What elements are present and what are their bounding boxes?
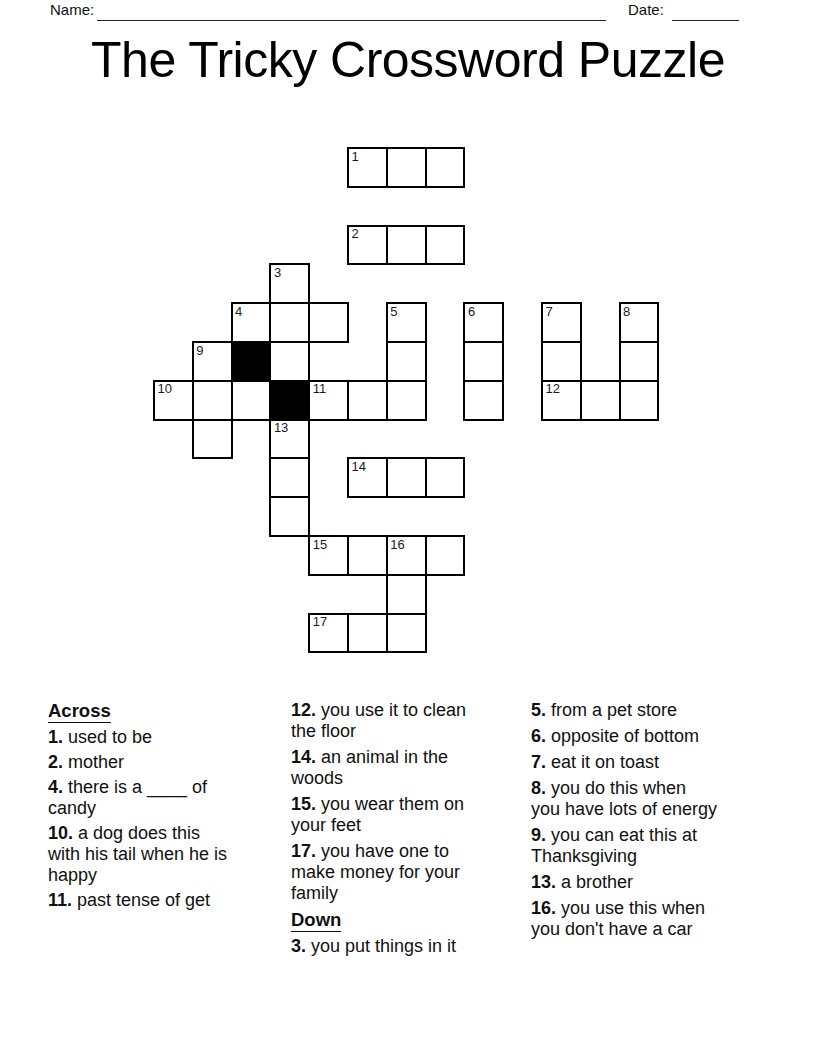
clues-header-down: Down xyxy=(291,909,521,930)
clue-11-across: 11. past tense of get xyxy=(48,890,283,911)
grid-cell-r12c5[interactable] xyxy=(347,613,388,654)
clue-number: 8. xyxy=(531,778,546,798)
clues-column-3: 5. from a pet store6. opposite of bottom… xyxy=(531,700,776,945)
grid-cell-r9c3[interactable] xyxy=(269,496,310,537)
clue-8-down: 8. you do this whenyou have lots of ener… xyxy=(531,778,776,820)
grid-cell-r5c8[interactable] xyxy=(463,341,504,382)
grid-cell-r6c11[interactable] xyxy=(580,380,621,421)
clue-7-down: 7. eat it on toast xyxy=(531,752,776,773)
grid-cell-r2c7[interactable] xyxy=(425,225,466,266)
clue-3-down: 3. you put things in it xyxy=(291,936,521,957)
grid-cell-r6c6[interactable] xyxy=(386,380,427,421)
grid-cell-r6c10[interactable]: 12 xyxy=(541,380,582,421)
grid-cell-r3c3[interactable]: 3 xyxy=(269,263,310,304)
clue-4-across: 4. there is a ____ ofcandy xyxy=(48,777,283,819)
grid-cell-r2c5[interactable]: 2 xyxy=(347,225,388,266)
clue-6-down: 6. opposite of bottom xyxy=(531,726,776,747)
clues-header-across: Across xyxy=(48,700,283,721)
grid-cell-r4c12[interactable]: 8 xyxy=(619,302,660,343)
clue-10-across: 10. a dog does thiswith his tail when he… xyxy=(48,823,283,886)
cell-number-8: 8 xyxy=(623,305,630,318)
clue-number: 2. xyxy=(48,752,63,772)
grid-cell-r6c12[interactable] xyxy=(619,380,660,421)
date-label: Date: xyxy=(628,1,664,19)
grid-cell-r10c6[interactable]: 16 xyxy=(386,535,427,576)
grid-cell-r8c6[interactable] xyxy=(386,457,427,498)
grid-cell-r8c3[interactable] xyxy=(269,457,310,498)
cell-number-5: 5 xyxy=(390,305,397,318)
grid-cell-r10c7[interactable] xyxy=(425,535,466,576)
clue-number: 7. xyxy=(531,752,546,772)
grid-cell-r6c8[interactable] xyxy=(463,380,504,421)
cell-number-16: 16 xyxy=(390,538,404,551)
cell-number-7: 7 xyxy=(546,305,553,318)
grid-cell-r2c6[interactable] xyxy=(386,225,427,266)
grid-cell-r6c5[interactable] xyxy=(347,380,388,421)
clue-5-down: 5. from a pet store xyxy=(531,700,776,721)
cell-number-17: 17 xyxy=(313,615,327,628)
cell-number-12: 12 xyxy=(546,382,560,395)
clue-1-across: 1. used to be xyxy=(48,727,283,748)
clues-column-2: 12. you use it to cleanthe floor14. an a… xyxy=(291,700,521,962)
grid-cell-r5c12[interactable] xyxy=(619,341,660,382)
grid-cell-r5c10[interactable] xyxy=(541,341,582,382)
cell-number-13: 13 xyxy=(274,421,288,434)
grid-cell-r10c5[interactable] xyxy=(347,535,388,576)
grid-cell-r12c4[interactable]: 17 xyxy=(308,613,349,654)
cell-number-3: 3 xyxy=(274,266,281,279)
grid-cell-r6c0[interactable]: 10 xyxy=(153,380,194,421)
clue-15-across: 15. you wear them onyour feet xyxy=(291,794,521,836)
cell-number-10: 10 xyxy=(158,382,172,395)
grid-cell-r4c2[interactable]: 4 xyxy=(231,302,272,343)
cell-number-14: 14 xyxy=(352,460,366,473)
cell-number-15: 15 xyxy=(313,538,327,551)
grid-cell-r4c10[interactable]: 7 xyxy=(541,302,582,343)
date-blank-line[interactable] xyxy=(672,3,739,21)
clue-number: 10. xyxy=(48,823,73,843)
grid-cell-r5c1[interactable]: 9 xyxy=(192,341,233,382)
page-title: The Tricky Crossword Puzzle xyxy=(0,34,816,86)
grid-cell-r4c6[interactable]: 5 xyxy=(386,302,427,343)
grid-cell-r12c6[interactable] xyxy=(386,613,427,654)
clues-column-1: Across1. used to be2. mother4. there is … xyxy=(48,700,283,915)
cell-number-1: 1 xyxy=(352,150,359,163)
grid-cell-r0c7[interactable] xyxy=(425,147,466,188)
grid-cell-r11c6[interactable] xyxy=(386,574,427,615)
grid-cell-r0c5[interactable]: 1 xyxy=(347,147,388,188)
grid-cell-r8c5[interactable]: 14 xyxy=(347,457,388,498)
grid-cell-r4c3[interactable] xyxy=(269,302,310,343)
clue-12-across: 12. you use it to cleanthe floor xyxy=(291,700,521,742)
grid-cell-r0c6[interactable] xyxy=(386,147,427,188)
name-label: Name: xyxy=(50,1,94,19)
black-cell-r5c2 xyxy=(231,341,272,382)
clue-number: 4. xyxy=(48,777,63,797)
clue-number: 3. xyxy=(291,936,306,956)
grid-cell-r5c6[interactable] xyxy=(386,341,427,382)
grid-cell-r4c8[interactable]: 6 xyxy=(463,302,504,343)
clue-14-across: 14. an animal in thewoods xyxy=(291,747,521,789)
cell-number-2: 2 xyxy=(352,227,359,240)
name-blank-line[interactable] xyxy=(97,3,606,21)
clue-number: 9. xyxy=(531,825,546,845)
clue-number: 17. xyxy=(291,841,316,861)
clue-9-down: 9. you can eat this atThanksgiving xyxy=(531,825,776,867)
cell-number-9: 9 xyxy=(196,344,203,357)
cell-number-11: 11 xyxy=(313,382,327,395)
clue-number: 12. xyxy=(291,700,316,720)
clue-17-across: 17. you have one tomake money for yourfa… xyxy=(291,841,521,904)
grid-cell-r4c4[interactable] xyxy=(308,302,349,343)
grid-cell-r8c7[interactable] xyxy=(425,457,466,498)
clue-number: 6. xyxy=(531,726,546,746)
grid-cell-r5c3[interactable] xyxy=(269,341,310,382)
clue-number: 1. xyxy=(48,727,63,747)
clue-number: 16. xyxy=(531,898,556,918)
clue-number: 13. xyxy=(531,872,556,892)
clue-number: 11. xyxy=(48,890,72,910)
grid-cell-r6c2[interactable] xyxy=(231,380,272,421)
grid-cell-r10c4[interactable]: 15 xyxy=(308,535,349,576)
cell-number-6: 6 xyxy=(468,305,475,318)
grid-cell-r7c3[interactable]: 13 xyxy=(269,419,310,460)
grid-cell-r7c1[interactable] xyxy=(192,419,233,460)
clue-number: 15. xyxy=(291,794,316,814)
clue-number: 5. xyxy=(531,700,546,720)
cell-number-4: 4 xyxy=(235,305,242,318)
clue-16-down: 16. you use this whenyou don't have a ca… xyxy=(531,898,776,940)
crossword-grid: 1234567891011121314151617 xyxy=(154,148,661,655)
worksheet-page: Name: Date: The Tricky Crossword Puzzle … xyxy=(0,0,816,1056)
grid-cell-r6c4[interactable]: 11 xyxy=(308,380,349,421)
grid-cell-r6c1[interactable] xyxy=(192,380,233,421)
black-cell-r6c3 xyxy=(269,380,310,421)
clue-number: 14. xyxy=(291,747,316,767)
clue-2-across: 2. mother xyxy=(48,752,283,773)
clue-13-down: 13. a brother xyxy=(531,872,776,893)
